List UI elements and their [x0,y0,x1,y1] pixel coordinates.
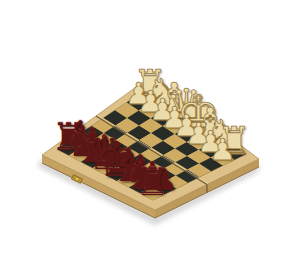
chess-board [0,0,300,276]
black-rook-h8[interactable]: ♜ [136,163,170,201]
product-photo: ♜♟♞♟♝♟♛♟♚♟♝♟♟♞♟♜♟♜♟♞♟♟♝♟♛♚♟♝♟♞♟♜ [0,0,300,276]
white-pawn-h2[interactable]: ♟ [209,135,236,165]
